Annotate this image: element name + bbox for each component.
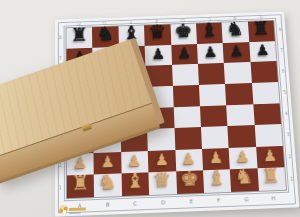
square-g5 bbox=[225, 83, 253, 105]
square-h2: ♟ bbox=[256, 146, 285, 169]
piece-white-pawn-d2: ♟ bbox=[154, 152, 169, 168]
square-f5 bbox=[199, 84, 227, 106]
square-c1: ♝ bbox=[121, 173, 149, 196]
coord-label-6: 6 bbox=[281, 65, 287, 77]
piece-white-knight-g1: ♞ bbox=[234, 167, 254, 188]
coord-label-C: C bbox=[201, 16, 217, 22]
coord-label-D: D bbox=[154, 200, 171, 207]
square-g3 bbox=[228, 125, 256, 148]
square-f3 bbox=[201, 126, 229, 149]
piece-black-queen-d8: ♛ bbox=[148, 23, 166, 42]
piece-black-pawn-d7: ♟ bbox=[151, 47, 165, 62]
square-e2: ♟ bbox=[175, 149, 203, 172]
piece-white-pawn-b2: ♟ bbox=[100, 154, 114, 170]
square-c2: ♟ bbox=[121, 151, 149, 174]
coord-label-E: E bbox=[149, 17, 165, 23]
coord-label-G: G bbox=[237, 197, 255, 204]
coord-label-3: 3 bbox=[285, 129, 291, 141]
square-f6 bbox=[198, 63, 225, 85]
square-g2: ♟ bbox=[229, 147, 257, 170]
checkerboard-diamond-icon bbox=[59, 205, 68, 214]
square-d8: ♛ bbox=[144, 24, 171, 45]
square-e1: ♚ bbox=[176, 171, 204, 194]
square-f4 bbox=[200, 105, 228, 127]
coord-label-C: C bbox=[127, 201, 144, 208]
square-f1: ♝ bbox=[203, 170, 231, 193]
piece-black-pawn-g7: ♟ bbox=[229, 44, 244, 59]
coord-label-F: F bbox=[123, 18, 139, 24]
coord-label-1: 1 bbox=[289, 173, 295, 186]
piece-white-rook-h1: ♜ bbox=[261, 166, 281, 187]
piece-white-pawn-c2: ♟ bbox=[127, 153, 142, 169]
coord-label-E: E bbox=[182, 199, 199, 206]
square-h7: ♟ bbox=[249, 41, 277, 62]
piece-black-knight-g8: ♞ bbox=[226, 20, 245, 39]
coord-label-D: D bbox=[175, 17, 191, 23]
square-f8: ♝ bbox=[196, 23, 223, 44]
square-h5 bbox=[252, 82, 280, 104]
square-b1: ♞ bbox=[94, 174, 122, 197]
square-e8: ♚ bbox=[170, 24, 197, 45]
coord-label-7: 7 bbox=[279, 44, 285, 56]
square-f7: ♟ bbox=[197, 43, 224, 64]
square-a1: ♜ bbox=[67, 175, 95, 198]
piece-white-rook-a1: ♜ bbox=[71, 173, 90, 194]
square-f2: ♟ bbox=[202, 148, 230, 171]
square-d1: ♛ bbox=[149, 172, 177, 195]
coord-label-4: 4 bbox=[284, 107, 290, 119]
piece-white-bishop-f1: ♝ bbox=[207, 168, 227, 189]
square-d3 bbox=[147, 128, 175, 151]
square-h3 bbox=[254, 124, 282, 147]
square-d2: ♟ bbox=[148, 150, 176, 173]
coord-label-B: B bbox=[99, 202, 116, 209]
square-g1: ♞ bbox=[230, 169, 259, 192]
piece-black-knight-b8: ♞ bbox=[96, 25, 114, 44]
square-a8: ♜ bbox=[66, 27, 92, 48]
coord-label-1: 1 bbox=[58, 182, 63, 195]
square-b2: ♟ bbox=[94, 152, 121, 175]
piece-black-pawn-f7: ♟ bbox=[203, 45, 217, 60]
coord-label-G: G bbox=[97, 19, 113, 25]
square-h8: ♜ bbox=[248, 21, 275, 42]
square-e5 bbox=[172, 85, 199, 107]
coord-label-5: 5 bbox=[282, 86, 288, 98]
brand-text-line2 bbox=[69, 212, 81, 214]
piece-black-pawn-e7: ♟ bbox=[177, 46, 191, 61]
piece-black-rook-a8: ♜ bbox=[70, 25, 88, 44]
square-h1: ♜ bbox=[257, 168, 286, 191]
piece-black-pawn-h7: ♟ bbox=[255, 43, 270, 58]
piece-white-pawn-g2: ♟ bbox=[235, 149, 250, 165]
brass-clasp-icon bbox=[81, 123, 91, 131]
piece-white-bishop-c1: ♝ bbox=[126, 171, 145, 192]
coord-label-H: H bbox=[265, 196, 283, 203]
brand-text-line1 bbox=[69, 207, 86, 211]
chess-set-photo: ♜♞♝♛♚♝♞♜♟♟♟♟♟♟♟♟♟♟♟♟♟♟♟♟♜♞♝♛♚♝♞♜ ABCDEFG… bbox=[0, 0, 300, 217]
piece-white-pawn-f2: ♟ bbox=[208, 150, 223, 166]
piece-black-bishop-f8: ♝ bbox=[200, 21, 219, 40]
coord-label-8: 8 bbox=[277, 24, 283, 35]
piece-black-king-e8: ♚ bbox=[174, 22, 193, 41]
square-e4 bbox=[173, 106, 201, 128]
square-g7: ♟ bbox=[223, 42, 250, 63]
square-d7: ♟ bbox=[145, 45, 172, 66]
square-e6 bbox=[172, 64, 199, 86]
piece-black-rook-h8: ♜ bbox=[251, 19, 270, 38]
square-h4 bbox=[253, 103, 281, 125]
square-g6 bbox=[224, 62, 252, 84]
square-g8: ♞ bbox=[222, 22, 249, 43]
coord-label-2: 2 bbox=[287, 151, 293, 163]
piece-white-knight-b1: ♞ bbox=[98, 172, 117, 193]
piece-white-queen-d1: ♛ bbox=[153, 170, 172, 191]
square-e3 bbox=[174, 127, 202, 150]
piece-white-pawn-a2: ♟ bbox=[73, 155, 87, 171]
piece-white-pawn-e2: ♟ bbox=[181, 151, 196, 167]
coord-label-8: 8 bbox=[58, 32, 63, 43]
brand-text-smudge bbox=[69, 207, 86, 214]
coord-label-B: B bbox=[227, 15, 243, 21]
coord-label-F: F bbox=[210, 198, 227, 205]
square-g4 bbox=[226, 104, 254, 126]
piece-white-pawn-h2: ♟ bbox=[262, 148, 277, 164]
square-h6 bbox=[250, 61, 278, 83]
square-e7: ♟ bbox=[171, 44, 198, 65]
piece-white-king-e1: ♚ bbox=[180, 169, 200, 190]
coord-label-H: H bbox=[70, 20, 86, 26]
coord-label-A: A bbox=[253, 14, 270, 20]
board-brand-logo bbox=[60, 205, 86, 215]
